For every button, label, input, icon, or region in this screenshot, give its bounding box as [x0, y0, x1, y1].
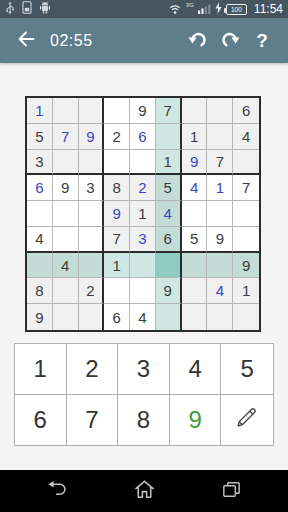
- user-digit: 1: [216, 180, 224, 195]
- grid-cell-r8c2[interactable]: [53, 278, 79, 304]
- grid-cell-r4c3[interactable]: 3: [79, 175, 105, 201]
- keypad-key-4[interactable]: 4: [170, 344, 222, 395]
- keypad-key-2[interactable]: 2: [67, 344, 119, 395]
- given-digit: 7: [113, 231, 121, 246]
- given-digit: 9: [164, 283, 172, 298]
- redo-icon: [218, 27, 242, 55]
- given-digit: 7: [242, 180, 250, 195]
- nav-home-button[interactable]: [114, 475, 174, 507]
- keypad-key-7[interactable]: 7: [67, 395, 119, 446]
- given-digit: 6: [113, 310, 121, 325]
- given-digit: 3: [86, 180, 94, 195]
- keypad-key-6[interactable]: 6: [15, 395, 67, 446]
- grid-cell-r9c8[interactable]: [207, 304, 233, 330]
- grid-cell-r9c5[interactable]: 4: [130, 304, 156, 330]
- given-digit: 8: [35, 283, 43, 298]
- grid-cell-r8c1[interactable]: 8: [27, 278, 53, 304]
- sudoku-app-screen: 3G 100 11:54: [0, 0, 288, 512]
- given-digit: 6: [242, 103, 250, 118]
- given-digit: 5: [164, 180, 172, 195]
- grid-cell-r4c4[interactable]: 8: [104, 175, 130, 201]
- help-button[interactable]: ?: [246, 25, 278, 57]
- grid-cell-r6c3[interactable]: [79, 227, 105, 253]
- grid-cell-r8c6[interactable]: 9: [156, 278, 182, 304]
- status-bar: 3G 100 11:54: [0, 0, 288, 18]
- grid-cell-r4c9[interactable]: 7: [233, 175, 259, 201]
- keypad-key-5[interactable]: 5: [221, 344, 273, 395]
- grid-cell-r5c5[interactable]: 1: [130, 201, 156, 227]
- grid-cell-r5c3[interactable]: [79, 201, 105, 227]
- given-digit: 6: [164, 231, 172, 246]
- grid-cell-r7c3[interactable]: [79, 253, 105, 279]
- grid-cell-r5c2[interactable]: [53, 201, 79, 227]
- grid-cell-r2c3[interactable]: 9: [79, 124, 105, 150]
- grid-cell-r8c9[interactable]: 1: [233, 278, 259, 304]
- sudoku-grid: 1976579261431976938254179144736594198294…: [25, 96, 261, 332]
- grid-cell-r6c6[interactable]: 6: [156, 227, 182, 253]
- redo-button[interactable]: [214, 25, 246, 57]
- grid-cell-r2c6[interactable]: [156, 124, 182, 150]
- given-digit: 4: [242, 129, 250, 144]
- grid-cell-r7c2[interactable]: 4: [53, 253, 79, 279]
- grid-cell-r3c1[interactable]: 3: [27, 150, 53, 176]
- user-digit: 4: [216, 283, 224, 298]
- given-digit: 1: [190, 129, 198, 144]
- grid-cell-r8c5[interactable]: [130, 278, 156, 304]
- grid-cell-r3c9[interactable]: [233, 150, 259, 176]
- help-label: ?: [247, 30, 277, 52]
- usb-icon: [5, 0, 15, 18]
- user-digit: 9: [190, 154, 198, 169]
- user-digit: 1: [35, 103, 43, 118]
- grid-cell-r2c9[interactable]: 4: [233, 124, 259, 150]
- grid-cell-r2c1[interactable]: 5: [27, 124, 53, 150]
- grid-cell-r7c1[interactable]: [27, 253, 53, 279]
- grid-cell-r7c8[interactable]: [207, 253, 233, 279]
- keypad-key-pencil[interactable]: [221, 395, 273, 446]
- keypad-key-9[interactable]: 9: [170, 395, 222, 446]
- grid-cell-r5c1[interactable]: [27, 201, 53, 227]
- grid-cell-r5c4[interactable]: 9: [104, 201, 130, 227]
- grid-cell-r6c8[interactable]: 9: [207, 227, 233, 253]
- back-button[interactable]: [10, 25, 42, 57]
- grid-cell-r9c4[interactable]: 6: [104, 304, 130, 330]
- grid-cell-r5c7[interactable]: [182, 201, 208, 227]
- grid-cell-r9c6[interactable]: [156, 304, 182, 330]
- keypad: 123456789: [14, 343, 274, 446]
- status-left-icons: [5, 0, 51, 18]
- given-digit: 9: [242, 258, 250, 273]
- given-digit: 7: [164, 103, 172, 118]
- given-digit: 9: [61, 180, 69, 195]
- grid-cell-r3c8[interactable]: 7: [207, 150, 233, 176]
- grid-cell-r8c4[interactable]: [104, 278, 130, 304]
- given-digit: 3: [35, 154, 43, 169]
- battery-icon: 100: [226, 4, 247, 15]
- grid-cell-r9c2[interactable]: [53, 304, 79, 330]
- grid-cell-r1c7[interactable]: [182, 98, 208, 124]
- grid-cell-r9c7[interactable]: [182, 304, 208, 330]
- grid-cell-r5c9[interactable]: [233, 201, 259, 227]
- keypad-key-3[interactable]: 3: [118, 344, 170, 395]
- given-digit: 1: [164, 154, 172, 169]
- grid-cell-r1c4[interactable]: [104, 98, 130, 124]
- given-digit: 1: [242, 283, 250, 298]
- given-digit: 9: [35, 310, 43, 325]
- given-digit: 1: [113, 258, 121, 273]
- user-digit: 2: [138, 180, 146, 195]
- grid-cell-r3c6[interactable]: 1: [156, 150, 182, 176]
- grid-cell-r7c7[interactable]: [182, 253, 208, 279]
- given-digit: 8: [113, 180, 121, 195]
- user-digit: 9: [113, 206, 121, 221]
- given-digit: 2: [86, 283, 94, 298]
- user-digit: 9: [86, 129, 94, 144]
- undo-icon: [186, 27, 210, 55]
- given-digit: 5: [35, 129, 43, 144]
- grid-cell-r6c5[interactable]: 3: [130, 227, 156, 253]
- grid-cell-r7c9[interactable]: 9: [233, 253, 259, 279]
- grid-cell-r1c9[interactable]: 6: [233, 98, 259, 124]
- given-digit: 4: [35, 231, 43, 246]
- grid-cell-r5c6[interactable]: 4: [156, 201, 182, 227]
- nav-back-button[interactable]: [27, 475, 87, 507]
- back-arrow-icon: [15, 28, 37, 54]
- pencil-icon: [234, 404, 260, 436]
- grid-cell-r3c4[interactable]: [104, 150, 130, 176]
- given-digit: 5: [190, 231, 198, 246]
- home-icon: [133, 478, 156, 505]
- grid-cell-r9c9[interactable]: [233, 304, 259, 330]
- given-digit: 4: [61, 258, 69, 273]
- grid-cell-r7c5[interactable]: [130, 253, 156, 279]
- keypad-key-8[interactable]: 8: [118, 395, 170, 446]
- screenshot-icon: [22, 0, 32, 18]
- user-digit: 3: [138, 231, 146, 246]
- grid-cell-r6c7[interactable]: 5: [182, 227, 208, 253]
- grid-cell-r7c4[interactable]: 1: [104, 253, 130, 279]
- grid-cell-r5c8[interactable]: [207, 201, 233, 227]
- grid-cell-r6c9[interactable]: [233, 227, 259, 253]
- grid-cell-r4c5[interactable]: 2: [130, 175, 156, 201]
- android-nav-bar: [0, 470, 288, 512]
- grid-cell-r8c3[interactable]: 2: [79, 278, 105, 304]
- user-digit: 4: [190, 180, 198, 195]
- status-right-icons: 3G 100 11:54: [169, 0, 283, 18]
- grid-cell-r3c5[interactable]: [130, 150, 156, 176]
- undo-button[interactable]: [182, 25, 214, 57]
- grid-cell-r8c7[interactable]: [182, 278, 208, 304]
- given-digit: 9: [138, 103, 146, 118]
- grid-cell-r4c2[interactable]: 9: [53, 175, 79, 201]
- grid-cell-r2c5[interactable]: 6: [130, 124, 156, 150]
- grid-cell-r1c1[interactable]: 1: [27, 98, 53, 124]
- grid-cell-r1c2[interactable]: [53, 98, 79, 124]
- grid-cell-r6c4[interactable]: 7: [104, 227, 130, 253]
- grid-cell-r9c1[interactable]: 9: [27, 304, 53, 330]
- given-digit: 4: [138, 310, 146, 325]
- grid-cell-r9c3[interactable]: [79, 304, 105, 330]
- app-toolbar: 02:55 ?: [0, 18, 288, 63]
- given-digit: 9: [216, 231, 224, 246]
- user-digit: 6: [138, 129, 146, 144]
- grid-cell-r2c7[interactable]: 1: [182, 124, 208, 150]
- grid-cell-r6c1[interactable]: 4: [27, 227, 53, 253]
- wifi-icon: [169, 0, 181, 18]
- grid-cell-r4c6[interactable]: 5: [156, 175, 182, 201]
- charging-icon: [215, 0, 222, 18]
- status-clock: 11:54: [254, 2, 283, 16]
- grid-cell-r7c6[interactable]: [156, 253, 182, 279]
- grid-cell-r4c1[interactable]: 6: [27, 175, 53, 201]
- grid-cell-r3c7[interactable]: 9: [182, 150, 208, 176]
- grid-cell-r4c7[interactable]: 4: [182, 175, 208, 201]
- user-digit: 7: [61, 129, 69, 144]
- grid-cell-r2c4[interactable]: 2: [104, 124, 130, 150]
- grid-cell-r2c2[interactable]: 7: [53, 124, 79, 150]
- battery-level: 100: [231, 6, 242, 13]
- user-digit: 4: [164, 206, 172, 221]
- nav-recents-button[interactable]: [201, 475, 261, 507]
- grid-cell-r1c3[interactable]: [79, 98, 105, 124]
- given-digit: 7: [216, 154, 224, 169]
- user-digit: 6: [35, 180, 43, 195]
- grid-cell-r4c8[interactable]: 1: [207, 175, 233, 201]
- grid-cell-r3c2[interactable]: [53, 150, 79, 176]
- grid-cell-r3c3[interactable]: [79, 150, 105, 176]
- keypad-key-1[interactable]: 1: [15, 344, 67, 395]
- signal-icon: [198, 0, 211, 18]
- android-icon: [39, 0, 51, 18]
- given-digit: 2: [113, 129, 121, 144]
- game-timer: 02:55: [50, 32, 93, 50]
- grid-cell-r8c8[interactable]: 4: [207, 278, 233, 304]
- grid-cell-r1c6[interactable]: 7: [156, 98, 182, 124]
- grid-cell-r1c5[interactable]: 9: [130, 98, 156, 124]
- given-digit: 1: [138, 206, 146, 221]
- grid-cell-r2c8[interactable]: [207, 124, 233, 150]
- recents-icon: [220, 478, 243, 505]
- grid-cell-r6c2[interactable]: [53, 227, 79, 253]
- grid-cell-r1c8[interactable]: [207, 98, 233, 124]
- back-icon: [46, 478, 69, 505]
- network-type-label: 3G: [186, 2, 194, 8]
